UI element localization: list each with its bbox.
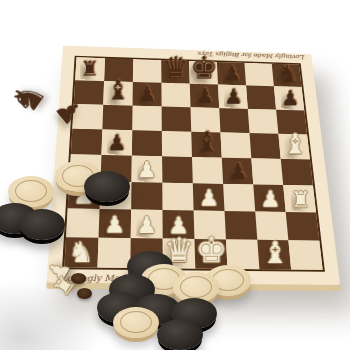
black-pawn-f7: ♟ <box>224 87 243 108</box>
square-h4 <box>281 159 313 186</box>
white-pawn-g3: ♟ <box>260 188 280 211</box>
checker-black <box>84 171 130 202</box>
square-e3: ♟ <box>193 183 225 211</box>
square-f8: ♟ <box>217 62 246 86</box>
white-pawn-c2: ♟ <box>136 214 157 237</box>
square-e4 <box>192 157 223 184</box>
square-h2 <box>286 212 320 241</box>
square-h3: ♜ <box>283 185 316 213</box>
square-d7 <box>161 83 190 107</box>
square-f6 <box>219 108 249 133</box>
square-f4: ♟ <box>222 158 253 185</box>
square-e7: ♟ <box>190 84 219 108</box>
square-a5 <box>71 129 102 155</box>
square-e8: ♚ <box>189 61 218 85</box>
square-d6 <box>162 106 192 131</box>
square-g5 <box>250 133 281 159</box>
square-f3 <box>223 184 255 212</box>
square-h5: ♝ <box>278 134 310 160</box>
piece-felt-base <box>77 288 92 299</box>
photo-scene: ♜♛♚♟♞♝♟♟♟♟♟♝♝♟♟♟♟♟♜♟♟♟♞♛♚♝ Lovingly Made… <box>0 0 350 350</box>
black-pawn-f4: ♟ <box>228 161 248 183</box>
black-pawn-c7: ♟ <box>138 84 157 105</box>
white-pawn-c4: ♟ <box>137 159 157 182</box>
square-b5: ♟ <box>101 129 132 155</box>
board-grid: ♜♛♚♟♞♝♟♟♟♟♟♝♝♟♟♟♟♟♜♟♟♟♞♛♚♝ <box>62 56 325 272</box>
square-c4: ♟ <box>131 156 162 183</box>
square-a8: ♜ <box>75 57 105 81</box>
black-pawn-f8: ♟ <box>223 63 242 84</box>
square-c7: ♟ <box>133 82 162 106</box>
white-pawn-b2: ♟ <box>104 213 125 236</box>
square-b1 <box>97 238 130 268</box>
black-knight-h8: ♞ <box>277 62 299 86</box>
square-d4 <box>162 156 193 183</box>
square-a1: ♞ <box>64 237 98 267</box>
black-pawn-e7: ♟ <box>195 86 214 107</box>
square-b2: ♟ <box>99 209 132 238</box>
square-h1 <box>288 240 322 270</box>
square-c6 <box>132 106 162 131</box>
square-f5 <box>220 132 251 158</box>
square-g1: ♝ <box>257 240 291 270</box>
checker-light <box>113 307 159 338</box>
white-knight-a1: ♞ <box>68 238 93 266</box>
square-e5: ♝ <box>191 132 222 158</box>
white-king-e1: ♚ <box>195 232 227 268</box>
square-a2 <box>66 209 99 238</box>
square-g4 <box>251 158 283 185</box>
product-photo: ♜♛♚♟♞♝♟♟♟♟♟♝♝♟♟♟♟♟♜♟♟♟♞♛♚♝ Lovingly Made… <box>0 0 350 350</box>
white-rook-h3: ♜ <box>291 189 311 212</box>
square-b6 <box>102 105 132 130</box>
square-d8: ♛ <box>161 60 190 84</box>
white-pawn-e3: ♟ <box>199 187 219 210</box>
square-c3 <box>131 182 162 210</box>
black-queen-d8: ♛ <box>162 53 188 82</box>
black-king-e8: ♚ <box>190 52 218 83</box>
checker-black <box>19 209 65 240</box>
checker-black <box>157 319 203 350</box>
black-pawn-b5: ♟ <box>107 132 127 154</box>
square-c2: ♟ <box>131 210 163 239</box>
square-c5 <box>132 130 162 156</box>
square-g3: ♟ <box>253 184 285 212</box>
square-g7 <box>246 85 276 109</box>
white-bishop-h5: ♝ <box>283 131 308 159</box>
square-c8 <box>133 59 162 83</box>
square-d5 <box>162 131 192 157</box>
square-f2 <box>225 211 258 240</box>
square-h8: ♞ <box>272 64 302 87</box>
black-pawn-h7: ♟ <box>281 88 300 109</box>
square-b7: ♝ <box>103 81 133 106</box>
square-h7: ♟ <box>274 86 304 110</box>
square-g6 <box>248 109 279 134</box>
black-rook-a8: ♜ <box>80 59 99 80</box>
black-bishop-e5: ♝ <box>194 129 219 157</box>
square-d3 <box>162 183 193 211</box>
square-f7: ♟ <box>218 85 248 109</box>
square-g8 <box>244 63 274 86</box>
white-bishop-g1: ♝ <box>262 238 289 268</box>
black-bishop-b7: ♝ <box>106 77 130 104</box>
